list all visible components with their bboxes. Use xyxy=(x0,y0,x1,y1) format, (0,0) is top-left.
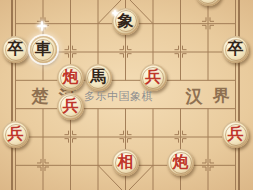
piece-character: 象 xyxy=(112,8,139,35)
piece-black-horse-d5[interactable]: 馬 xyxy=(85,64,112,91)
piece-character: 兵 xyxy=(222,121,249,148)
piece-character: 兵 xyxy=(195,0,222,6)
piece-red-cannon-g8[interactable]: 炮 xyxy=(167,149,194,176)
piece-red-soldier-i7[interactable]: 兵 xyxy=(222,121,249,148)
piece-character: 卒 xyxy=(222,36,249,63)
piece-character: 兵 xyxy=(57,93,84,120)
piece-character: 兵 xyxy=(140,64,167,91)
piece-red-elephant-e8[interactable]: 相 xyxy=(112,149,139,176)
app-watermark: 多乐中国象棋 xyxy=(84,89,153,104)
piece-character: 車 xyxy=(30,36,57,63)
piece-red-soldier-f5[interactable]: 兵 xyxy=(140,64,167,91)
piece-black-soldier-a4[interactable]: 卒 xyxy=(2,36,29,63)
piece-black-chariot-b4[interactable]: 車 xyxy=(30,36,57,63)
piece-red-soldier-a7[interactable]: 兵 xyxy=(2,121,29,148)
piece-character: 兵 xyxy=(2,121,29,148)
piece-red-soldier-c6[interactable]: 兵 xyxy=(57,93,84,120)
piece-black-elephant-e3[interactable]: 象 xyxy=(112,8,139,35)
piece-red-cannon-c5[interactable]: 炮 xyxy=(57,64,84,91)
xiangqi-board: 楚 河 汉 界 卒車象馬卒兵炮兵兵兵兵相炮 多乐中国象棋 xyxy=(0,0,253,190)
piece-character: 卒 xyxy=(2,36,29,63)
piece-red-soldier-h2[interactable]: 兵 xyxy=(195,0,222,6)
piece-character: 馬 xyxy=(85,64,112,91)
piece-character: 炮 xyxy=(57,64,84,91)
piece-character: 炮 xyxy=(167,149,194,176)
piece-black-soldier-i4[interactable]: 卒 xyxy=(222,36,249,63)
piece-character: 相 xyxy=(112,149,139,176)
